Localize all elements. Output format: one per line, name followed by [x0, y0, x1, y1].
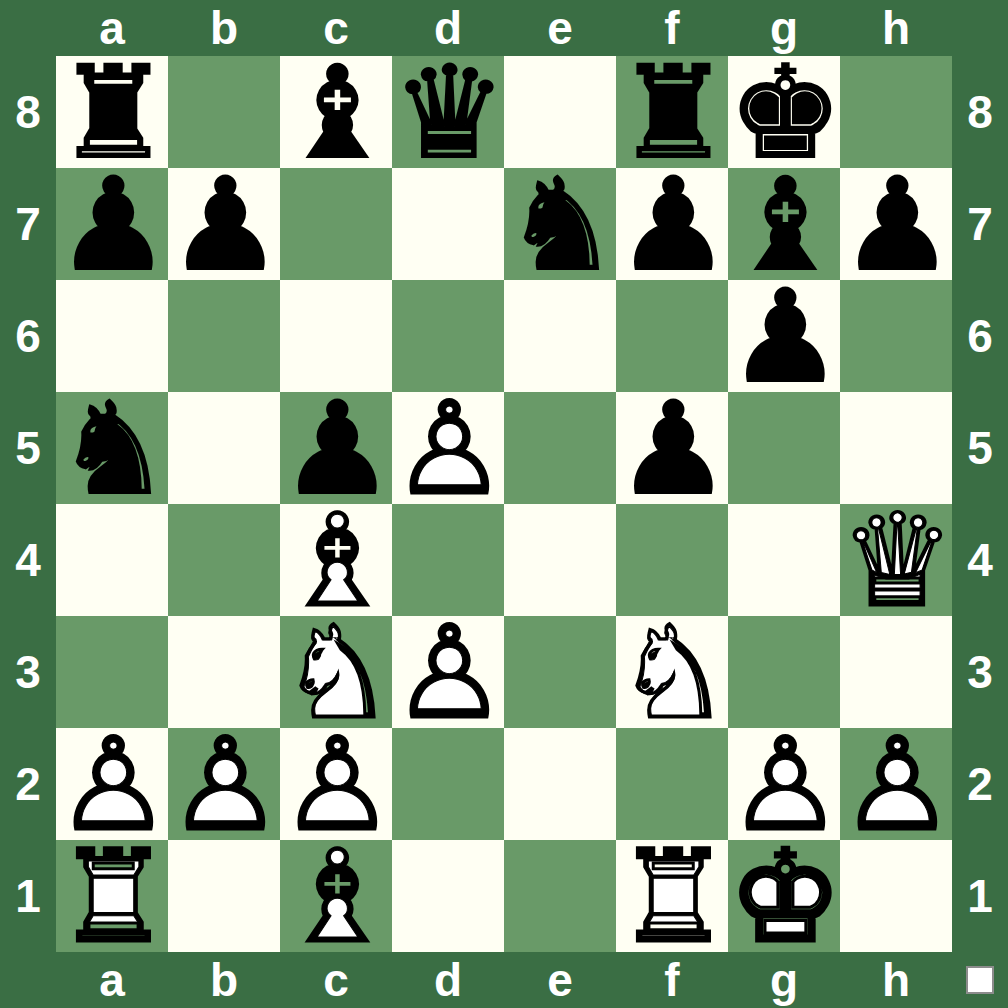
file-label-d: d [392, 952, 504, 1008]
square-e4[interactable] [504, 504, 616, 616]
piece-black-bishop[interactable]: ♝ [280, 56, 392, 168]
piece-outline-layer: ♙ [168, 728, 280, 840]
piece-black-knight[interactable]: ♞ [504, 168, 616, 280]
square-e3[interactable] [504, 616, 616, 728]
square-d1[interactable] [392, 840, 504, 952]
file-label-b: b [168, 0, 280, 56]
piece-black-pawn[interactable]: ♟ [616, 168, 728, 280]
piece-glyph: ♟ [56, 168, 168, 280]
piece-outline-layer: ♖ [56, 840, 168, 952]
square-g1[interactable]: ♚♔ [728, 840, 840, 952]
square-a7[interactable]: ♟ [56, 168, 168, 280]
file-label-e: e [504, 952, 616, 1008]
rank-label-1: 1 [952, 840, 1008, 952]
rank-label-3: 3 [952, 616, 1008, 728]
rank-label-5: 5 [952, 392, 1008, 504]
square-a5[interactable]: ♞ [56, 392, 168, 504]
piece-white-pawn[interactable]: ♟♙ [168, 728, 280, 840]
square-f7[interactable]: ♟ [616, 168, 728, 280]
rank-label-7: 7 [0, 168, 56, 280]
piece-black-pawn[interactable]: ♟ [168, 168, 280, 280]
rank-label-2: 2 [952, 728, 1008, 840]
rank-label-3: 3 [0, 616, 56, 728]
piece-outline-layer: ♙ [392, 616, 504, 728]
square-a1[interactable]: ♜♖ [56, 840, 168, 952]
square-f1[interactable]: ♜♖ [616, 840, 728, 952]
rank-label-7: 7 [952, 168, 1008, 280]
square-h4[interactable]: ♛♕ [840, 504, 952, 616]
square-h2[interactable]: ♟♙ [840, 728, 952, 840]
square-b2[interactable]: ♟♙ [168, 728, 280, 840]
piece-white-queen[interactable]: ♛♕ [840, 504, 952, 616]
file-label-h: h [840, 0, 952, 56]
square-f3[interactable]: ♞♘ [616, 616, 728, 728]
chess-diagram: abcdefgh abcdefgh 87654321 87654321 ♜♝♛♜… [0, 0, 1008, 1008]
piece-black-knight[interactable]: ♞ [56, 392, 168, 504]
piece-outline-layer: ♗ [280, 840, 392, 952]
rank-label-4: 4 [0, 504, 56, 616]
piece-white-king[interactable]: ♚♔ [728, 840, 840, 952]
rank-label-5: 5 [0, 392, 56, 504]
rank-labels-right: 87654321 [952, 56, 1008, 952]
piece-black-pawn[interactable]: ♟ [56, 168, 168, 280]
rank-labels-left: 87654321 [0, 56, 56, 952]
piece-glyph: ♟ [728, 280, 840, 392]
piece-white-rook[interactable]: ♜♖ [616, 840, 728, 952]
rank-label-4: 4 [952, 504, 1008, 616]
square-c8[interactable]: ♝ [280, 56, 392, 168]
square-d3[interactable]: ♟♙ [392, 616, 504, 728]
piece-white-pawn[interactable]: ♟♙ [392, 616, 504, 728]
piece-black-pawn[interactable]: ♟ [728, 280, 840, 392]
piece-glyph: ♞ [56, 392, 168, 504]
piece-outline-layer: ♔ [728, 840, 840, 952]
square-d8[interactable]: ♛ [392, 56, 504, 168]
square-g5[interactable] [728, 392, 840, 504]
file-label-e: e [504, 0, 616, 56]
rank-label-1: 1 [0, 840, 56, 952]
piece-outline-layer: ♕ [840, 504, 952, 616]
square-b1[interactable] [168, 840, 280, 952]
piece-outline-layer: ♖ [616, 840, 728, 952]
piece-outline-layer: ♙ [392, 392, 504, 504]
square-g6[interactable]: ♟ [728, 280, 840, 392]
square-e6[interactable] [504, 280, 616, 392]
piece-glyph: ♟ [616, 392, 728, 504]
piece-glyph: ♞ [504, 168, 616, 280]
square-c7[interactable] [280, 168, 392, 280]
piece-white-pawn[interactable]: ♟♙ [392, 392, 504, 504]
rank-label-8: 8 [0, 56, 56, 168]
piece-white-pawn[interactable]: ♟♙ [840, 728, 952, 840]
square-b5[interactable] [168, 392, 280, 504]
square-d7[interactable] [392, 168, 504, 280]
square-b6[interactable] [168, 280, 280, 392]
piece-black-pawn[interactable]: ♟ [840, 168, 952, 280]
square-d2[interactable] [392, 728, 504, 840]
chess-board: ♜♝♛♜♚♟♟♞♟♝♟♟♞♟♟♙♟♝♗♛♕♞♘♟♙♞♘♟♙♟♙♟♙♟♙♟♙♜♖♝… [56, 56, 952, 952]
piece-black-queen[interactable]: ♛ [392, 56, 504, 168]
square-c1[interactable]: ♝♗ [280, 840, 392, 952]
piece-white-bishop[interactable]: ♝♗ [280, 840, 392, 952]
piece-white-knight[interactable]: ♞♘ [616, 616, 728, 728]
file-label-b: b [168, 952, 280, 1008]
piece-glyph: ♝ [280, 56, 392, 168]
piece-outline-layer: ♙ [840, 728, 952, 840]
piece-white-rook[interactable]: ♜♖ [56, 840, 168, 952]
piece-black-pawn[interactable]: ♟ [616, 392, 728, 504]
square-h1[interactable] [840, 840, 952, 952]
piece-glyph: ♛ [392, 56, 504, 168]
square-e5[interactable] [504, 392, 616, 504]
square-e1[interactable] [504, 840, 616, 952]
square-b4[interactable] [168, 504, 280, 616]
square-d5[interactable]: ♟♙ [392, 392, 504, 504]
file-label-h: h [840, 952, 952, 1008]
white-to-move-indicator [966, 966, 994, 994]
piece-glyph: ♟ [840, 168, 952, 280]
rank-label-2: 2 [0, 728, 56, 840]
piece-glyph: ♟ [616, 168, 728, 280]
square-e2[interactable] [504, 728, 616, 840]
piece-outline-layer: ♘ [616, 616, 728, 728]
rank-label-8: 8 [952, 56, 1008, 168]
rank-label-6: 6 [952, 280, 1008, 392]
square-a4[interactable] [56, 504, 168, 616]
square-h6[interactable] [840, 280, 952, 392]
square-e7[interactable]: ♞ [504, 168, 616, 280]
rank-label-6: 6 [0, 280, 56, 392]
piece-glyph: ♟ [168, 168, 280, 280]
square-h7[interactable]: ♟ [840, 168, 952, 280]
square-g4[interactable] [728, 504, 840, 616]
square-b7[interactable]: ♟ [168, 168, 280, 280]
square-f5[interactable]: ♟ [616, 392, 728, 504]
